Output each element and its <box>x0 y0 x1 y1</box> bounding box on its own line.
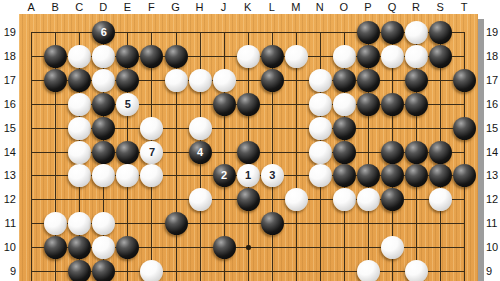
stone-white-O18[interactable] <box>333 45 356 68</box>
stone-white-N16[interactable] <box>309 93 332 116</box>
row-label-left-19: 19 <box>0 25 16 39</box>
stone-white-R19[interactable] <box>405 21 428 44</box>
stone-black-Q12[interactable] <box>381 188 404 211</box>
column-label-S: S <box>430 1 450 13</box>
stone-white-B11[interactable] <box>44 212 67 235</box>
stone-black-B17[interactable] <box>44 69 67 92</box>
move-number-1: 1 <box>245 170 251 181</box>
stone-white-D13[interactable] <box>92 164 115 187</box>
stone-white-M18[interactable] <box>285 45 308 68</box>
move-number-7: 7 <box>149 147 155 158</box>
stone-black-O13[interactable] <box>333 164 356 187</box>
stone-white-N17[interactable] <box>309 69 332 92</box>
stone-white-K13[interactable]: 1 <box>237 164 260 187</box>
stone-white-C15[interactable] <box>68 117 91 140</box>
stone-black-F18[interactable] <box>140 45 163 68</box>
row-label-right-18: 18 <box>486 49 500 63</box>
stone-black-J16[interactable] <box>213 93 236 116</box>
stone-black-D9[interactable] <box>92 260 115 281</box>
column-label-N: N <box>310 1 330 13</box>
column-label-R: R <box>406 1 426 13</box>
row-label-right-11: 11 <box>486 216 500 230</box>
stone-black-O15[interactable] <box>333 117 356 140</box>
stone-white-Q18[interactable] <box>381 45 404 68</box>
row-label-left-14: 14 <box>0 145 16 159</box>
stone-white-D10[interactable] <box>92 236 115 259</box>
move-number-3: 3 <box>269 170 275 181</box>
row-label-right-9: 9 <box>486 264 500 278</box>
stone-black-G11[interactable] <box>165 212 188 235</box>
move-number-5: 5 <box>125 99 131 110</box>
column-label-T: T <box>454 1 474 13</box>
column-label-C: C <box>69 1 89 13</box>
stone-black-P18[interactable] <box>357 45 380 68</box>
stone-white-C18[interactable] <box>68 45 91 68</box>
row-label-left-12: 12 <box>0 192 16 206</box>
stone-white-H15[interactable] <box>189 117 212 140</box>
stone-white-G17[interactable] <box>165 69 188 92</box>
stone-black-E14[interactable] <box>116 141 139 164</box>
stone-black-S13[interactable] <box>429 164 452 187</box>
stone-black-B18[interactable] <box>44 45 67 68</box>
stone-white-F9[interactable] <box>140 260 163 281</box>
stone-white-N15[interactable] <box>309 117 332 140</box>
stone-white-S12[interactable] <box>429 188 452 211</box>
stone-white-D11[interactable] <box>92 212 115 235</box>
stone-black-D15[interactable] <box>92 117 115 140</box>
board-edge-shadow <box>478 19 484 281</box>
stone-white-E16[interactable]: 5 <box>116 93 139 116</box>
row-label-right-16: 16 <box>486 97 500 111</box>
stone-black-E10[interactable] <box>116 236 139 259</box>
stone-black-L18[interactable] <box>261 45 284 68</box>
column-label-F: F <box>141 1 161 13</box>
stone-white-R9[interactable] <box>405 260 428 281</box>
stone-white-C13[interactable] <box>68 164 91 187</box>
move-number-6: 6 <box>101 27 107 38</box>
stone-white-R18[interactable] <box>405 45 428 68</box>
stone-white-C14[interactable] <box>68 141 91 164</box>
stone-black-S19[interactable] <box>429 21 452 44</box>
row-label-left-15: 15 <box>0 121 16 135</box>
stone-black-T17[interactable] <box>453 69 476 92</box>
stone-black-Q16[interactable] <box>381 93 404 116</box>
move-number-4: 4 <box>197 147 203 158</box>
stone-black-J13[interactable]: 2 <box>213 164 236 187</box>
stone-black-P19[interactable] <box>357 21 380 44</box>
stone-white-P12[interactable] <box>357 188 380 211</box>
column-label-Q: Q <box>382 1 402 13</box>
stone-black-C9[interactable] <box>68 260 91 281</box>
go-board[interactable]: 6574213 <box>19 14 478 281</box>
stone-black-R17[interactable] <box>405 69 428 92</box>
stone-black-S14[interactable] <box>429 141 452 164</box>
stone-black-C17[interactable] <box>68 69 91 92</box>
row-label-left-13: 13 <box>0 168 16 182</box>
stone-white-F15[interactable] <box>140 117 163 140</box>
stone-white-M12[interactable] <box>285 188 308 211</box>
stone-black-E18[interactable] <box>116 45 139 68</box>
stone-black-O17[interactable] <box>333 69 356 92</box>
stone-black-H14[interactable]: 4 <box>189 141 212 164</box>
stone-white-C16[interactable] <box>68 93 91 116</box>
row-label-right-13: 13 <box>486 168 500 182</box>
column-label-J: J <box>214 1 234 13</box>
stone-white-D17[interactable] <box>92 69 115 92</box>
row-label-right-14: 14 <box>486 145 500 159</box>
column-label-O: O <box>334 1 354 13</box>
stone-white-J17[interactable] <box>213 69 236 92</box>
stone-white-C11[interactable] <box>68 212 91 235</box>
stone-black-K12[interactable] <box>237 188 260 211</box>
row-label-right-12: 12 <box>486 192 500 206</box>
column-label-L: L <box>262 1 282 13</box>
stone-white-O16[interactable] <box>333 93 356 116</box>
row-label-left-16: 16 <box>0 97 16 111</box>
stone-white-L13[interactable]: 3 <box>261 164 284 187</box>
stone-white-Q10[interactable] <box>381 236 404 259</box>
column-label-G: G <box>166 1 186 13</box>
stone-black-D16[interactable] <box>92 93 115 116</box>
stone-white-P9[interactable] <box>357 260 380 281</box>
row-label-left-10: 10 <box>0 240 16 254</box>
column-label-H: H <box>190 1 210 13</box>
column-label-D: D <box>93 1 113 13</box>
row-label-left-18: 18 <box>0 49 16 63</box>
stone-white-F14[interactable]: 7 <box>140 141 163 164</box>
stone-white-H17[interactable] <box>189 69 212 92</box>
stone-black-T15[interactable] <box>453 117 476 140</box>
column-label-K: K <box>238 1 258 13</box>
stone-black-J10[interactable] <box>213 236 236 259</box>
grid-line-vertical <box>296 32 297 281</box>
row-label-right-17: 17 <box>486 73 500 87</box>
stone-white-N13[interactable] <box>309 164 332 187</box>
stone-black-K14[interactable] <box>237 141 260 164</box>
stone-black-P13[interactable] <box>357 164 380 187</box>
column-label-E: E <box>117 1 137 13</box>
column-label-A: A <box>21 1 41 13</box>
go-board-screenshot: ABCDEFGHJKLMNOPQRST 19181716151413121110… <box>0 0 500 281</box>
stone-black-D19[interactable]: 6 <box>92 21 115 44</box>
stone-black-O14[interactable] <box>333 141 356 164</box>
stone-black-E17[interactable] <box>116 69 139 92</box>
stone-black-Q13[interactable] <box>381 164 404 187</box>
stone-white-E13[interactable] <box>116 164 139 187</box>
move-number-2: 2 <box>221 170 227 181</box>
stone-black-G18[interactable] <box>165 45 188 68</box>
stone-black-K16[interactable] <box>237 93 260 116</box>
star-point-K10 <box>246 245 251 250</box>
column-label-M: M <box>286 1 306 13</box>
column-label-B: B <box>45 1 65 13</box>
column-label-P: P <box>358 1 378 13</box>
stone-white-F13[interactable] <box>140 164 163 187</box>
row-label-right-10: 10 <box>486 240 500 254</box>
stone-black-R16[interactable] <box>405 93 428 116</box>
row-label-left-17: 17 <box>0 73 16 87</box>
row-label-right-19: 19 <box>486 25 500 39</box>
stone-white-H12[interactable] <box>189 188 212 211</box>
stone-black-Q14[interactable] <box>381 141 404 164</box>
stone-black-P16[interactable] <box>357 93 380 116</box>
stone-black-S18[interactable] <box>429 45 452 68</box>
stone-white-N14[interactable] <box>309 141 332 164</box>
stone-black-P17[interactable] <box>357 69 380 92</box>
stone-black-R14[interactable] <box>405 141 428 164</box>
stone-black-B10[interactable] <box>44 236 67 259</box>
stone-white-D18[interactable] <box>92 45 115 68</box>
stone-white-K18[interactable] <box>237 45 260 68</box>
stone-black-R13[interactable] <box>405 164 428 187</box>
stone-white-O12[interactable] <box>333 188 356 211</box>
grid-line-vertical <box>31 32 32 281</box>
stone-black-L11[interactable] <box>261 212 284 235</box>
row-label-left-9: 9 <box>0 264 16 278</box>
stone-black-T13[interactable] <box>453 164 476 187</box>
stone-black-Q19[interactable] <box>381 21 404 44</box>
row-label-left-11: 11 <box>0 216 16 230</box>
row-label-right-15: 15 <box>486 121 500 135</box>
stone-black-L17[interactable] <box>261 69 284 92</box>
stone-black-D14[interactable] <box>92 141 115 164</box>
stone-black-C10[interactable] <box>68 236 91 259</box>
